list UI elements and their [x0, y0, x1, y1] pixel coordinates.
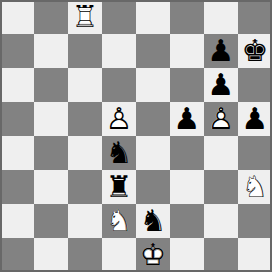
square-d4[interactable]: ♞: [102, 136, 136, 170]
square-a6[interactable]: [0, 68, 34, 102]
square-c4[interactable]: [68, 136, 102, 170]
square-h7[interactable]: ♚: [238, 34, 272, 68]
white-rook-outline-glyph: ♖: [68, 0, 102, 34]
white-pawn[interactable]: ♟♙: [102, 102, 136, 136]
white-rook[interactable]: ♜♖: [68, 0, 102, 34]
square-f8[interactable]: [170, 0, 204, 34]
square-e1[interactable]: ♚♔: [136, 238, 170, 272]
square-a1[interactable]: [0, 238, 34, 272]
black-pawn[interactable]: ♟: [170, 102, 204, 136]
square-a2[interactable]: [0, 204, 34, 238]
square-h3[interactable]: ♞♘: [238, 170, 272, 204]
square-c8[interactable]: ♜♖: [68, 0, 102, 34]
square-h5[interactable]: ♟: [238, 102, 272, 136]
square-e4[interactable]: [136, 136, 170, 170]
white-king-outline-glyph: ♔: [136, 238, 170, 272]
square-g7[interactable]: ♟: [204, 34, 238, 68]
white-pawn-outline-glyph: ♙: [204, 102, 238, 136]
square-f4[interactable]: [170, 136, 204, 170]
black-knight[interactable]: ♞: [136, 204, 170, 238]
square-b2[interactable]: [34, 204, 68, 238]
square-d3[interactable]: ♜: [102, 170, 136, 204]
square-g1[interactable]: [204, 238, 238, 272]
black-pawn-glyph: ♟: [170, 102, 204, 136]
square-h2[interactable]: [238, 204, 272, 238]
square-e7[interactable]: [136, 34, 170, 68]
black-king-glyph: ♚: [238, 34, 272, 68]
square-e6[interactable]: [136, 68, 170, 102]
black-pawn[interactable]: ♟: [238, 102, 272, 136]
white-knight[interactable]: ♞♘: [238, 170, 272, 204]
square-d6[interactable]: [102, 68, 136, 102]
square-d8[interactable]: [102, 0, 136, 34]
square-a3[interactable]: [0, 170, 34, 204]
black-pawn[interactable]: ♟: [204, 34, 238, 68]
black-pawn[interactable]: ♟: [204, 68, 238, 102]
black-pawn-glyph: ♟: [204, 34, 238, 68]
square-c1[interactable]: [68, 238, 102, 272]
white-king[interactable]: ♚♔: [136, 238, 170, 272]
square-a4[interactable]: [0, 136, 34, 170]
square-c6[interactable]: [68, 68, 102, 102]
white-pawn[interactable]: ♟♙: [204, 102, 238, 136]
square-f5[interactable]: ♟: [170, 102, 204, 136]
black-pawn-glyph: ♟: [204, 68, 238, 102]
black-knight[interactable]: ♞: [102, 136, 136, 170]
square-e8[interactable]: [136, 0, 170, 34]
square-a7[interactable]: [0, 34, 34, 68]
square-b7[interactable]: [34, 34, 68, 68]
square-b6[interactable]: [34, 68, 68, 102]
square-g3[interactable]: [204, 170, 238, 204]
black-rook[interactable]: ♜: [102, 170, 136, 204]
square-d5[interactable]: ♟♙: [102, 102, 136, 136]
square-b3[interactable]: [34, 170, 68, 204]
black-king[interactable]: ♚: [238, 34, 272, 68]
square-g6[interactable]: ♟: [204, 68, 238, 102]
square-b8[interactable]: [34, 0, 68, 34]
square-g2[interactable]: [204, 204, 238, 238]
square-c7[interactable]: [68, 34, 102, 68]
square-g8[interactable]: [204, 0, 238, 34]
black-knight-glyph: ♞: [136, 204, 170, 238]
square-d2[interactable]: ♞♘: [102, 204, 136, 238]
square-g4[interactable]: [204, 136, 238, 170]
square-c5[interactable]: [68, 102, 102, 136]
square-b5[interactable]: [34, 102, 68, 136]
square-f1[interactable]: [170, 238, 204, 272]
black-pawn-glyph: ♟: [238, 102, 272, 136]
square-h1[interactable]: [238, 238, 272, 272]
square-b1[interactable]: [34, 238, 68, 272]
white-knight-outline-glyph: ♘: [102, 204, 136, 238]
square-c3[interactable]: [68, 170, 102, 204]
black-rook-glyph: ♜: [102, 170, 136, 204]
square-e3[interactable]: [136, 170, 170, 204]
square-c2[interactable]: [68, 204, 102, 238]
black-knight-glyph: ♞: [102, 136, 136, 170]
square-h4[interactable]: [238, 136, 272, 170]
chess-board: ♜♖♟♚♟♟♙♟♟♙♟♞♜♞♘♞♘♞♚♔: [0, 0, 272, 272]
white-knight-outline-glyph: ♘: [238, 170, 272, 204]
square-e2[interactable]: ♞: [136, 204, 170, 238]
square-a8[interactable]: [0, 0, 34, 34]
square-h6[interactable]: [238, 68, 272, 102]
square-f2[interactable]: [170, 204, 204, 238]
white-knight[interactable]: ♞♘: [102, 204, 136, 238]
square-d7[interactable]: [102, 34, 136, 68]
square-f6[interactable]: [170, 68, 204, 102]
square-g5[interactable]: ♟♙: [204, 102, 238, 136]
square-f7[interactable]: [170, 34, 204, 68]
square-f3[interactable]: [170, 170, 204, 204]
square-e5[interactable]: [136, 102, 170, 136]
square-b4[interactable]: [34, 136, 68, 170]
square-a5[interactable]: [0, 102, 34, 136]
square-h8[interactable]: [238, 0, 272, 34]
white-pawn-outline-glyph: ♙: [102, 102, 136, 136]
square-d1[interactable]: [102, 238, 136, 272]
